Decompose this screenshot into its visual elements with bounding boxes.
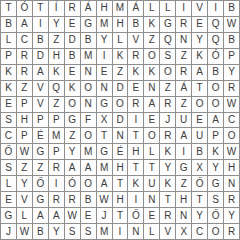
cell-r6c15[interactable]: R [224, 81, 240, 97]
cell-r1c13[interactable]: V [192, 1, 208, 17]
cell-r5c5[interactable]: E [65, 65, 81, 81]
cell-r14c11[interactable]: R [160, 208, 176, 224]
cell-r2c8[interactable]: H [113, 17, 129, 33]
cell-r11c7[interactable]: M [97, 160, 113, 176]
cell-r3c9[interactable]: V [128, 33, 144, 49]
cell-r10c14[interactable]: K [208, 144, 224, 160]
cell-r5c3[interactable]: A [33, 65, 49, 81]
cell-r4c6[interactable]: M [81, 49, 97, 65]
cell-r11c2[interactable]: Z [17, 160, 33, 176]
cell-r2c4[interactable]: Y [49, 17, 65, 33]
cell-r1c10[interactable]: L [144, 1, 160, 17]
cell-r13c13[interactable]: T [192, 192, 208, 208]
cell-r1c2[interactable]: Ó [17, 1, 33, 17]
cell-r11c6[interactable]: A [81, 160, 97, 176]
cell-r8c15[interactable]: C [224, 113, 240, 129]
cell-r2c6[interactable]: G [81, 17, 97, 33]
cell-r6c3[interactable]: V [33, 81, 49, 97]
cell-r4c7[interactable]: I [97, 49, 113, 65]
cell-r15c9[interactable]: N [128, 224, 144, 240]
cell-r2c11[interactable]: G [160, 17, 176, 33]
cell-r9c13[interactable]: U [192, 128, 208, 144]
cell-r3c2[interactable]: C [17, 33, 33, 49]
cell-r3c14[interactable]: Q [208, 33, 224, 49]
word-search-board: TÓTÍRÁHMÁLLIVIBBAIYEGMHBKGREQWLCBZDBYLVZ… [0, 0, 240, 240]
cell-r6c13[interactable]: T [192, 81, 208, 97]
cell-r7c2[interactable]: P [17, 97, 33, 113]
cell-r6c9[interactable]: E [128, 81, 144, 97]
cell-r15c4[interactable]: Y [49, 224, 65, 240]
cell-r1c3[interactable]: T [33, 1, 49, 17]
cell-r8c12[interactable]: U [176, 113, 192, 129]
cell-r10c9[interactable]: H [128, 144, 144, 160]
cell-r7c6[interactable]: N [81, 97, 97, 113]
cell-r6c5[interactable]: K [65, 81, 81, 97]
cell-r5c9[interactable]: K [128, 65, 144, 81]
cell-r8c11[interactable]: J [160, 113, 176, 129]
cell-r5c14[interactable]: B [208, 65, 224, 81]
cell-r6c12[interactable]: Á [176, 81, 192, 97]
cell-r4c15[interactable]: P [224, 49, 240, 65]
cell-r14c14[interactable]: Ő [208, 208, 224, 224]
cell-r14c4[interactable]: A [49, 208, 65, 224]
cell-r14c8[interactable]: T [113, 208, 129, 224]
cell-r3c12[interactable]: N [176, 33, 192, 49]
cell-r10c15[interactable]: W [224, 144, 240, 160]
cell-r13c1[interactable]: E [1, 192, 17, 208]
cell-r14c1[interactable]: G [1, 208, 17, 224]
cell-r15c3[interactable]: B [33, 224, 49, 240]
cell-r3c6[interactable]: B [81, 33, 97, 49]
cell-r11c15[interactable]: H [224, 160, 240, 176]
cell-r5c6[interactable]: N [81, 65, 97, 81]
cell-r13c8[interactable]: H [113, 192, 129, 208]
cell-r1c1[interactable]: T [1, 1, 17, 17]
cell-r15c5[interactable]: S [65, 224, 81, 240]
cell-r3c11[interactable]: Q [160, 33, 176, 49]
cell-r5c2[interactable]: R [17, 65, 33, 81]
cell-r3c1[interactable]: L [1, 33, 17, 49]
cell-r15c1[interactable]: J [1, 224, 17, 240]
cell-r14c7[interactable]: J [97, 208, 113, 224]
cell-r13c4[interactable]: R [49, 192, 65, 208]
cell-r4c3[interactable]: D [33, 49, 49, 65]
cell-r2c7[interactable]: M [97, 17, 113, 33]
cell-r1c12[interactable]: I [176, 1, 192, 17]
cell-r11c8[interactable]: H [113, 160, 129, 176]
cell-r10c3[interactable]: G [33, 144, 49, 160]
cell-r13c9[interactable]: I [128, 192, 144, 208]
cell-r4c12[interactable]: Z [176, 49, 192, 65]
cell-r3c3[interactable]: B [33, 33, 49, 49]
cell-r3c10[interactable]: Z [144, 33, 160, 49]
cell-r15c12[interactable]: X [176, 224, 192, 240]
cell-r7c5[interactable]: O [65, 97, 81, 113]
cell-r11c9[interactable]: T [128, 160, 144, 176]
cell-r4c10[interactable]: O [144, 49, 160, 65]
cell-r1c5[interactable]: R [65, 1, 81, 17]
cell-r1c6[interactable]: Á [81, 1, 97, 17]
cell-r12c1[interactable]: L [1, 176, 17, 192]
cell-r9c9[interactable]: T [128, 128, 144, 144]
cell-r6c14[interactable]: O [208, 81, 224, 97]
cell-r15c6[interactable]: S [81, 224, 97, 240]
cell-r14c9[interactable]: Ő [128, 208, 144, 224]
cell-r7c10[interactable]: A [144, 97, 160, 113]
cell-r6c4[interactable]: Q [49, 81, 65, 97]
cell-r6c11[interactable]: Z [160, 81, 176, 97]
cell-r13c11[interactable]: T [160, 192, 176, 208]
cell-r8c10[interactable]: E [144, 113, 160, 129]
cell-r3c5[interactable]: D [65, 33, 81, 49]
cell-r11c4[interactable]: R [49, 160, 65, 176]
cell-r15c15[interactable]: R [224, 224, 240, 240]
cell-r12c13[interactable]: Ő [192, 176, 208, 192]
cell-r6c1[interactable]: K [1, 81, 17, 97]
cell-r1c11[interactable]: L [160, 1, 176, 17]
cell-r8c7[interactable]: X [97, 113, 113, 129]
cell-r15c13[interactable]: C [192, 224, 208, 240]
cell-r10c12[interactable]: I [176, 144, 192, 160]
cell-r3c7[interactable]: Y [97, 33, 113, 49]
cell-r6c7[interactable]: N [97, 81, 113, 97]
cell-r7c13[interactable]: O [192, 97, 208, 113]
cell-r4c8[interactable]: K [113, 49, 129, 65]
cell-r4c2[interactable]: R [17, 49, 33, 65]
cell-r15c10[interactable]: L [144, 224, 160, 240]
cell-r1c4[interactable]: Í [49, 1, 65, 17]
cell-r12c10[interactable]: U [144, 176, 160, 192]
cell-r9c6[interactable]: O [81, 128, 97, 144]
cell-r14c10[interactable]: E [144, 208, 160, 224]
cell-r2c3[interactable]: I [33, 17, 49, 33]
cell-r2c13[interactable]: E [192, 17, 208, 33]
cell-r6c2[interactable]: Z [17, 81, 33, 97]
cell-r10c5[interactable]: Y [65, 144, 81, 160]
cell-r12c15[interactable]: N [224, 176, 240, 192]
cell-r8c3[interactable]: P [33, 113, 49, 129]
cell-r9c2[interactable]: P [17, 128, 33, 144]
cell-r1c14[interactable]: I [208, 1, 224, 17]
cell-r9c7[interactable]: T [97, 128, 113, 144]
cell-r13c15[interactable]: R [224, 192, 240, 208]
cell-r12c6[interactable]: O [81, 176, 97, 192]
cell-r3c13[interactable]: Y [192, 33, 208, 49]
cell-r7c14[interactable]: O [208, 97, 224, 113]
cell-r12c3[interactable]: Ő [33, 176, 49, 192]
cell-r2c12[interactable]: R [176, 17, 192, 33]
cell-r12c11[interactable]: K [160, 176, 176, 192]
cell-r3c8[interactable]: L [113, 33, 129, 49]
cell-r12c2[interactable]: Y [17, 176, 33, 192]
cell-r11c14[interactable]: Y [208, 160, 224, 176]
cell-r9c8[interactable]: N [113, 128, 129, 144]
cell-r8c1[interactable]: S [1, 113, 17, 129]
cell-r5c7[interactable]: E [97, 65, 113, 81]
cell-r6c8[interactable]: D [113, 81, 129, 97]
cell-r4c14[interactable]: Ó [208, 49, 224, 65]
cell-r9c3[interactable]: É [33, 128, 49, 144]
cell-r9c14[interactable]: P [208, 128, 224, 144]
cell-r4c1[interactable]: P [1, 49, 17, 65]
cell-r12c4[interactable]: I [49, 176, 65, 192]
cell-r13c3[interactable]: G [33, 192, 49, 208]
cell-r8c8[interactable]: D [113, 113, 129, 129]
cell-r8c6[interactable]: F [81, 113, 97, 129]
cell-r4c4[interactable]: H [49, 49, 65, 65]
cell-r12c8[interactable]: T [113, 176, 129, 192]
cell-r1c8[interactable]: M [113, 1, 129, 17]
cell-r2c9[interactable]: B [128, 17, 144, 33]
cell-r15c7[interactable]: M [97, 224, 113, 240]
cell-r14c3[interactable]: A [33, 208, 49, 224]
cell-r15c11[interactable]: V [160, 224, 176, 240]
cell-r7c12[interactable]: Z [176, 97, 192, 113]
cell-r15c2[interactable]: W [17, 224, 33, 240]
cell-r14c6[interactable]: E [81, 208, 97, 224]
cell-r1c9[interactable]: Á [128, 1, 144, 17]
cell-r13c12[interactable]: H [176, 192, 192, 208]
cell-r5c13[interactable]: A [192, 65, 208, 81]
cell-r6c6[interactable]: O [81, 81, 97, 97]
cell-r13c6[interactable]: B [81, 192, 97, 208]
cell-r8c4[interactable]: P [49, 113, 65, 129]
cell-r10c13[interactable]: B [192, 144, 208, 160]
cell-r4c9[interactable]: R [128, 49, 144, 65]
cell-r7c9[interactable]: R [128, 97, 144, 113]
cell-r1c7[interactable]: H [97, 1, 113, 17]
cell-r6c10[interactable]: N [144, 81, 160, 97]
cell-r10c11[interactable]: K [160, 144, 176, 160]
cell-r11c12[interactable]: G [176, 160, 192, 176]
cell-r10c8[interactable]: É [113, 144, 129, 160]
cell-r12c7[interactable]: A [97, 176, 113, 192]
cell-r11c5[interactable]: A [65, 160, 81, 176]
cell-r7c4[interactable]: Z [49, 97, 65, 113]
cell-r3c15[interactable]: B [224, 33, 240, 49]
cell-r11c1[interactable]: S [1, 160, 17, 176]
cell-r10c10[interactable]: L [144, 144, 160, 160]
cell-r11c10[interactable]: T [144, 160, 160, 176]
cell-r5c11[interactable]: O [160, 65, 176, 81]
cell-r13c2[interactable]: V [17, 192, 33, 208]
cell-r9c15[interactable]: O [224, 128, 240, 144]
cell-r14c5[interactable]: W [65, 208, 81, 224]
cell-r12c12[interactable]: Z [176, 176, 192, 192]
cell-r2c2[interactable]: A [17, 17, 33, 33]
cell-r9c5[interactable]: Z [65, 128, 81, 144]
cell-r8c13[interactable]: E [192, 113, 208, 129]
cell-r5c1[interactable]: K [1, 65, 17, 81]
cell-r9c11[interactable]: R [160, 128, 176, 144]
cell-r11c13[interactable]: X [192, 160, 208, 176]
cell-r7c15[interactable]: W [224, 97, 240, 113]
cell-r9c12[interactable]: A [176, 128, 192, 144]
cell-r10c4[interactable]: P [49, 144, 65, 160]
cell-r14c2[interactable]: L [17, 208, 33, 224]
cell-r7c7[interactable]: G [97, 97, 113, 113]
cell-r13c14[interactable]: S [208, 192, 224, 208]
cell-r2c5[interactable]: E [65, 17, 81, 33]
word-search-puzzle: TÓTÍRÁHMÁLLIVIBBAIYEGMHBKGREQWLCBZDBYLVZ… [0, 0, 240, 240]
cell-r12c9[interactable]: K [128, 176, 144, 192]
cell-r7c1[interactable]: E [1, 97, 17, 113]
cell-r9c4[interactable]: M [49, 128, 65, 144]
cell-r5c8[interactable]: Z [113, 65, 129, 81]
cell-r12c5[interactable]: Ó [65, 176, 81, 192]
cell-r5c12[interactable]: R [176, 65, 192, 81]
cell-r7c11[interactable]: R [160, 97, 176, 113]
cell-r4c13[interactable]: K [192, 49, 208, 65]
cell-r7c3[interactable]: V [33, 97, 49, 113]
cell-r3c4[interactable]: Z [49, 33, 65, 49]
cell-r2c10[interactable]: K [144, 17, 160, 33]
cell-r5c15[interactable]: Y [224, 65, 240, 81]
cell-r4c5[interactable]: B [65, 49, 81, 65]
cell-r12c14[interactable]: G [208, 176, 224, 192]
cell-r2c14[interactable]: Q [208, 17, 224, 33]
cell-r10c7[interactable]: G [97, 144, 113, 160]
cell-r15c8[interactable]: I [113, 224, 129, 240]
cell-r5c10[interactable]: K [144, 65, 160, 81]
cell-r11c3[interactable]: Z [33, 160, 49, 176]
cell-r2c15[interactable]: W [224, 17, 240, 33]
cell-r7c8[interactable]: O [113, 97, 129, 113]
cell-r14c13[interactable]: Y [192, 208, 208, 224]
cell-r8c2[interactable]: H [17, 113, 33, 129]
cell-r10c2[interactable]: W [17, 144, 33, 160]
cell-r4c11[interactable]: S [160, 49, 176, 65]
cell-r13c7[interactable]: W [97, 192, 113, 208]
cell-r2c1[interactable]: B [1, 17, 17, 33]
cell-r9c1[interactable]: C [1, 128, 17, 144]
cell-r8c14[interactable]: A [208, 113, 224, 129]
cell-r15c14[interactable]: O [208, 224, 224, 240]
cell-r11c11[interactable]: Y [160, 160, 176, 176]
cell-r8c5[interactable]: G [65, 113, 81, 129]
cell-r13c5[interactable]: R [65, 192, 81, 208]
cell-r14c12[interactable]: N [176, 208, 192, 224]
cell-r14c15[interactable]: Y [224, 208, 240, 224]
cell-r1c15[interactable]: B [224, 1, 240, 17]
cell-r13c10[interactable]: N [144, 192, 160, 208]
cell-r9c10[interactable]: O [144, 128, 160, 144]
cell-r5c4[interactable]: K [49, 65, 65, 81]
cell-r10c1[interactable]: Ő [1, 144, 17, 160]
cell-r8c9[interactable]: I [128, 113, 144, 129]
cell-r10c6[interactable]: M [81, 144, 97, 160]
